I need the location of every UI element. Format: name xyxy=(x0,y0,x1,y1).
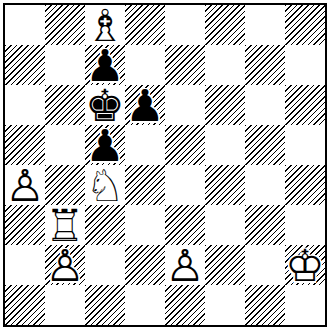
square-b6[interactable] xyxy=(45,85,85,125)
square-h8[interactable] xyxy=(285,5,325,45)
white-pawn-e2: ♟♙ xyxy=(165,245,205,285)
square-h5[interactable] xyxy=(285,125,325,165)
square-a4[interactable]: ♟♙ xyxy=(5,165,45,205)
square-g2[interactable] xyxy=(245,245,285,285)
square-d2[interactable] xyxy=(125,245,165,285)
square-a3[interactable] xyxy=(5,205,45,245)
chess-board: ♝♗♟♟♚♚♟♟♟♟♟♙♞♘♜♖♟♙♟♙♚♔ xyxy=(5,5,325,325)
square-g1[interactable] xyxy=(245,285,285,325)
piece-fill-layer: ♟ xyxy=(45,245,85,285)
piece-glyph: ♗ xyxy=(85,5,125,45)
chess-diagram: ♝♗♟♟♚♚♟♟♟♟♟♙♞♘♜♖♟♙♟♙♚♔ xyxy=(0,0,332,332)
square-d4[interactable] xyxy=(125,165,165,205)
square-b1[interactable] xyxy=(45,285,85,325)
square-g3[interactable] xyxy=(245,205,285,245)
square-c1[interactable] xyxy=(85,285,125,325)
square-f7[interactable] xyxy=(205,45,245,85)
square-e3[interactable] xyxy=(165,205,205,245)
square-b4[interactable] xyxy=(45,165,85,205)
piece-fill-layer: ♚ xyxy=(285,245,325,285)
square-f2[interactable] xyxy=(205,245,245,285)
square-d8[interactable] xyxy=(125,5,165,45)
square-f8[interactable] xyxy=(205,5,245,45)
black-king-c6: ♚♚ xyxy=(85,85,125,125)
square-c7[interactable]: ♟♟ xyxy=(85,45,125,85)
white-pawn-b2: ♟♙ xyxy=(45,245,85,285)
square-e5[interactable] xyxy=(165,125,205,165)
piece-fill-layer: ♚ xyxy=(85,85,125,125)
square-a2[interactable] xyxy=(5,245,45,285)
square-g7[interactable] xyxy=(245,45,285,85)
piece-fill-layer: ♟ xyxy=(125,85,165,125)
square-f4[interactable] xyxy=(205,165,245,205)
piece-fill-layer: ♝ xyxy=(85,5,125,45)
square-b2[interactable]: ♟♙ xyxy=(45,245,85,285)
piece-glyph: ♙ xyxy=(5,165,45,205)
square-f6[interactable] xyxy=(205,85,245,125)
square-c2[interactable] xyxy=(85,245,125,285)
square-g5[interactable] xyxy=(245,125,285,165)
square-b3[interactable]: ♜♖ xyxy=(45,205,85,245)
square-h6[interactable] xyxy=(285,85,325,125)
piece-glyph: ♙ xyxy=(45,245,85,285)
piece-fill-layer: ♟ xyxy=(165,245,205,285)
piece-fill-layer: ♟ xyxy=(85,125,125,165)
white-rook-b3: ♜♖ xyxy=(45,205,85,245)
square-h2[interactable]: ♚♔ xyxy=(285,245,325,285)
square-c4[interactable]: ♞♘ xyxy=(85,165,125,205)
square-d1[interactable] xyxy=(125,285,165,325)
black-pawn-c5: ♟♟ xyxy=(85,125,125,165)
square-h4[interactable] xyxy=(285,165,325,205)
square-c6[interactable]: ♚♚ xyxy=(85,85,125,125)
black-pawn-c7: ♟♟ xyxy=(85,45,125,85)
square-a6[interactable] xyxy=(5,85,45,125)
square-d7[interactable] xyxy=(125,45,165,85)
piece-glyph: ♟ xyxy=(85,125,125,165)
square-e8[interactable] xyxy=(165,5,205,45)
square-d3[interactable] xyxy=(125,205,165,245)
piece-glyph: ♟ xyxy=(85,45,125,85)
square-e2[interactable]: ♟♙ xyxy=(165,245,205,285)
piece-glyph: ♚ xyxy=(85,85,125,125)
square-a5[interactable] xyxy=(5,125,45,165)
square-d5[interactable] xyxy=(125,125,165,165)
square-e4[interactable] xyxy=(165,165,205,205)
square-d6[interactable]: ♟♟ xyxy=(125,85,165,125)
square-h7[interactable] xyxy=(285,45,325,85)
square-g4[interactable] xyxy=(245,165,285,205)
white-knight-c4: ♞♘ xyxy=(85,165,125,205)
square-c8[interactable]: ♝♗ xyxy=(85,5,125,45)
piece-glyph: ♟ xyxy=(125,85,165,125)
square-g6[interactable] xyxy=(245,85,285,125)
black-pawn-d6: ♟♟ xyxy=(125,85,165,125)
square-g8[interactable] xyxy=(245,5,285,45)
piece-glyph: ♔ xyxy=(285,245,325,285)
square-e1[interactable] xyxy=(165,285,205,325)
square-f5[interactable] xyxy=(205,125,245,165)
white-bishop-c8: ♝♗ xyxy=(85,5,125,45)
white-pawn-a4: ♟♙ xyxy=(5,165,45,205)
square-f3[interactable] xyxy=(205,205,245,245)
piece-fill-layer: ♞ xyxy=(85,165,125,205)
chess-board-frame: ♝♗♟♟♚♚♟♟♟♟♟♙♞♘♜♖♟♙♟♙♚♔ xyxy=(3,3,327,327)
square-a8[interactable] xyxy=(5,5,45,45)
square-a1[interactable] xyxy=(5,285,45,325)
square-e6[interactable] xyxy=(165,85,205,125)
piece-fill-layer: ♟ xyxy=(5,165,45,205)
square-c3[interactable] xyxy=(85,205,125,245)
piece-fill-layer: ♜ xyxy=(45,205,85,245)
square-b8[interactable] xyxy=(45,5,85,45)
white-king-h2: ♚♔ xyxy=(285,245,325,285)
square-h1[interactable] xyxy=(285,285,325,325)
piece-glyph: ♖ xyxy=(45,205,85,245)
square-b7[interactable] xyxy=(45,45,85,85)
square-b5[interactable] xyxy=(45,125,85,165)
square-c5[interactable]: ♟♟ xyxy=(85,125,125,165)
piece-glyph: ♘ xyxy=(85,165,125,205)
square-f1[interactable] xyxy=(205,285,245,325)
square-e7[interactable] xyxy=(165,45,205,85)
piece-glyph: ♙ xyxy=(165,245,205,285)
square-h3[interactable] xyxy=(285,205,325,245)
square-a7[interactable] xyxy=(5,45,45,85)
piece-fill-layer: ♟ xyxy=(85,45,125,85)
